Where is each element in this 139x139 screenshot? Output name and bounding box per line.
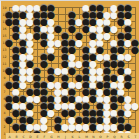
column-coordinate-label: S [125,133,131,139]
row-coordinate-label: 17 [1,18,7,24]
column-coordinate-label: O [97,133,103,139]
column-coordinate-label: D [27,133,33,139]
column-coordinate-label: M [83,133,89,139]
column-coordinate-label: C [20,133,26,139]
row-coordinate-label: 12 [1,53,7,59]
column-coordinate-label: E [34,133,40,139]
column-coordinate-label: T [132,133,138,139]
black-stone[interactable]: ● [48,53,55,60]
row-coordinate-label: 5 [1,102,7,108]
row-coordinate-label: 19 [1,4,7,10]
row-coordinate-label: 7 [1,88,7,94]
row-coordinate-label: 2 [1,123,7,129]
row-coordinate-label: 3 [1,116,7,122]
row-coordinate-label: 18 [1,11,7,17]
go-board[interactable]: ●●●●●●●●●●●●●●●●●●●●●●●●●●●●●●●●●●●●●●●●… [6,4,139,137]
black-stone[interactable]: ● [132,46,139,53]
row-coordinate-label: 10 [1,67,7,73]
column-coordinate-label: A [6,133,12,139]
row-coordinate-label: 6 [1,95,7,101]
column-coordinate-label: J [62,133,68,139]
white-stone[interactable]: ● [125,109,132,116]
column-coordinate-label: F [41,133,47,139]
black-stone[interactable]: ● [125,81,132,88]
go-app-window: ●●●●●●●●●●●●●●●●●●●●●●●●●●●●●●●●●●●●●●●●… [0,0,139,139]
column-coordinate-labels: ABCDEFGHJKLMNOPQRST [6,133,139,139]
row-coordinate-label: 13 [1,46,7,52]
white-stone[interactable]: ● [125,53,132,60]
row-coordinate-label: 9 [1,74,7,80]
row-coordinate-label: 15 [1,32,7,38]
row-coordinate-label: 16 [1,25,7,31]
column-coordinate-label: H [55,133,61,139]
column-coordinate-label: G [48,133,54,139]
row-coordinate-label: 14 [1,39,7,45]
column-coordinate-label: P [104,133,110,139]
row-coordinate-label: 4 [1,109,7,115]
row-coordinate-label: 11 [1,60,7,66]
column-coordinate-label: Q [111,133,117,139]
column-coordinate-label: B [13,133,19,139]
column-coordinate-label: R [118,133,124,139]
column-coordinate-label: K [69,133,75,139]
column-coordinate-label: L [76,133,82,139]
row-coordinate-label: 8 [1,81,7,87]
white-stone[interactable]: ● [132,102,139,109]
column-coordinate-label: N [90,133,96,139]
row-coordinate-labels: 19181716151413121110987654321 [1,4,8,137]
